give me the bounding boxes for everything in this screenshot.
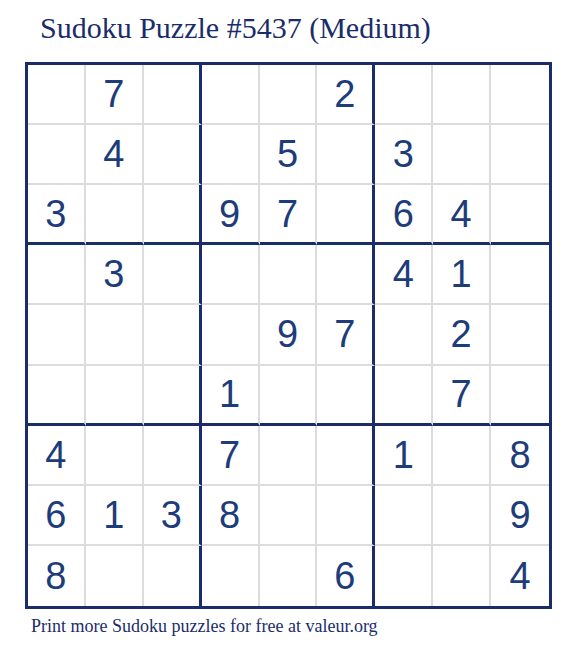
cell-r3c4: 9 — [202, 185, 260, 245]
cell-r2c7: 3 — [375, 125, 433, 185]
cell-r9c6: 6 — [317, 546, 375, 606]
cell-r3c3 — [144, 185, 202, 245]
cell-r1c4 — [202, 65, 260, 125]
cell-r6c4: 1 — [202, 366, 260, 426]
cell-r6c9 — [491, 366, 549, 426]
cell-r4c6 — [317, 245, 375, 305]
cell-r2c5: 5 — [260, 125, 318, 185]
cell-r5c7 — [375, 305, 433, 365]
cell-r7c1: 4 — [28, 426, 86, 486]
cell-r8c9: 9 — [491, 486, 549, 546]
cell-r3c6 — [317, 185, 375, 245]
cell-r6c8: 7 — [433, 366, 491, 426]
cell-r8c5 — [260, 486, 318, 546]
cell-r3c7: 6 — [375, 185, 433, 245]
cell-r6c1 — [28, 366, 86, 426]
cell-r9c1: 8 — [28, 546, 86, 606]
cell-r5c4 — [202, 305, 260, 365]
cell-r9c4 — [202, 546, 260, 606]
cell-r8c6 — [317, 486, 375, 546]
cell-r3c8: 4 — [433, 185, 491, 245]
cell-r9c3 — [144, 546, 202, 606]
cell-r2c4 — [202, 125, 260, 185]
cell-r5c8: 2 — [433, 305, 491, 365]
cell-r4c2: 3 — [86, 245, 144, 305]
cell-r8c4: 8 — [202, 486, 260, 546]
cell-r7c2 — [86, 426, 144, 486]
cell-r4c9 — [491, 245, 549, 305]
cell-r1c6: 2 — [317, 65, 375, 125]
cell-r1c9 — [491, 65, 549, 125]
cell-r2c6 — [317, 125, 375, 185]
cell-r7c3 — [144, 426, 202, 486]
cell-r3c5: 7 — [260, 185, 318, 245]
cell-r2c2: 4 — [86, 125, 144, 185]
cell-r7c5 — [260, 426, 318, 486]
cell-r7c4: 7 — [202, 426, 260, 486]
cell-r8c2: 1 — [86, 486, 144, 546]
cell-r9c5 — [260, 546, 318, 606]
cell-r6c6 — [317, 366, 375, 426]
cell-r5c1 — [28, 305, 86, 365]
cell-r2c3 — [144, 125, 202, 185]
cell-r5c2 — [86, 305, 144, 365]
cell-r5c6: 7 — [317, 305, 375, 365]
cell-r9c9: 4 — [491, 546, 549, 606]
cell-r4c4 — [202, 245, 260, 305]
cell-r4c8: 1 — [433, 245, 491, 305]
cell-r5c9 — [491, 305, 549, 365]
cell-r4c7: 4 — [375, 245, 433, 305]
sudoku-grid: 724533976434197217471861389864 — [25, 62, 552, 609]
cell-r1c3 — [144, 65, 202, 125]
cell-r4c1 — [28, 245, 86, 305]
cell-r8c7 — [375, 486, 433, 546]
cell-r9c7 — [375, 546, 433, 606]
cell-r7c8 — [433, 426, 491, 486]
cell-r5c5: 9 — [260, 305, 318, 365]
cell-r3c1: 3 — [28, 185, 86, 245]
cell-r6c3 — [144, 366, 202, 426]
cell-r3c9 — [491, 185, 549, 245]
cell-r1c2: 7 — [86, 65, 144, 125]
cell-r6c2 — [86, 366, 144, 426]
cell-r9c8 — [433, 546, 491, 606]
cell-r6c7 — [375, 366, 433, 426]
cell-r9c2 — [86, 546, 144, 606]
cell-r2c8 — [433, 125, 491, 185]
cell-r4c3 — [144, 245, 202, 305]
cell-r4c5 — [260, 245, 318, 305]
cell-r7c6 — [317, 426, 375, 486]
cell-r8c1: 6 — [28, 486, 86, 546]
cell-r2c1 — [28, 125, 86, 185]
footer-text: Print more Sudoku puzzles for free at va… — [31, 616, 378, 637]
cell-r1c7 — [375, 65, 433, 125]
page-title: Sudoku Puzzle #5437 (Medium) — [40, 11, 431, 45]
cell-r8c8 — [433, 486, 491, 546]
cell-r5c3 — [144, 305, 202, 365]
cell-r1c5 — [260, 65, 318, 125]
cell-r7c7: 1 — [375, 426, 433, 486]
cell-r3c2 — [86, 185, 144, 245]
cell-r2c9 — [491, 125, 549, 185]
cell-r6c5 — [260, 366, 318, 426]
cell-r1c8 — [433, 65, 491, 125]
cell-r1c1 — [28, 65, 86, 125]
cell-r7c9: 8 — [491, 426, 549, 486]
cell-r8c3: 3 — [144, 486, 202, 546]
